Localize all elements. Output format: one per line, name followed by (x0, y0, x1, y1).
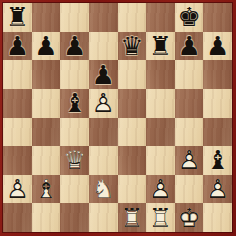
white-pawn-outline: ♙ (146, 175, 175, 204)
black-pawn-glyph: ♟ (3, 32, 32, 61)
piece-black-queen[interactable]: ♛ (118, 32, 147, 61)
piece-black-pawn[interactable]: ♟ (175, 32, 204, 61)
black-pawn-glyph: ♟ (32, 32, 61, 61)
white-rook-outline: ♖ (118, 203, 147, 232)
black-pawn-glyph: ♟ (60, 32, 89, 61)
square-c7[interactable]: ♟ (60, 32, 89, 61)
square-g2[interactable] (175, 175, 204, 204)
square-h2[interactable]: ♟♙ (203, 175, 232, 204)
square-e5[interactable] (118, 89, 147, 118)
black-bishop-glyph: ♝ (60, 89, 89, 118)
black-pawn-glyph: ♟ (175, 32, 204, 61)
square-a8[interactable]: ♜ (3, 3, 32, 32)
square-g3[interactable]: ♟♙ (175, 146, 204, 175)
square-h6[interactable] (203, 60, 232, 89)
piece-white-rook[interactable]: ♜♖ (146, 203, 175, 232)
square-a6[interactable] (3, 60, 32, 89)
square-g5[interactable] (175, 89, 204, 118)
chess-board: ♜♚♟♟♟♛♜♟♟♟♝♟♙♛♕♟♙♝♟♙♝♗♞♘♟♙♟♙♜♖♜♖♚♔ (3, 3, 232, 232)
square-b1[interactable] (32, 203, 61, 232)
square-g7[interactable]: ♟ (175, 32, 204, 61)
white-pawn-outline: ♙ (3, 175, 32, 204)
square-h8[interactable] (203, 3, 232, 32)
square-e2[interactable] (118, 175, 147, 204)
piece-white-pawn[interactable]: ♟♙ (146, 175, 175, 204)
black-pawn-glyph: ♟ (89, 60, 118, 89)
piece-black-king[interactable]: ♚ (175, 3, 204, 32)
square-h5[interactable] (203, 89, 232, 118)
square-d2[interactable]: ♞♘ (89, 175, 118, 204)
piece-black-pawn[interactable]: ♟ (203, 32, 232, 61)
square-b8[interactable] (32, 3, 61, 32)
piece-white-knight[interactable]: ♞♘ (89, 175, 118, 204)
square-f2[interactable]: ♟♙ (146, 175, 175, 204)
square-d3[interactable] (89, 146, 118, 175)
square-h1[interactable] (203, 203, 232, 232)
square-d1[interactable] (89, 203, 118, 232)
piece-black-pawn[interactable]: ♟ (89, 60, 118, 89)
piece-white-pawn[interactable]: ♟♙ (89, 89, 118, 118)
square-c5[interactable]: ♝ (60, 89, 89, 118)
square-e7[interactable]: ♛ (118, 32, 147, 61)
square-c8[interactable] (60, 3, 89, 32)
piece-black-rook[interactable]: ♜ (146, 32, 175, 61)
square-c6[interactable] (60, 60, 89, 89)
square-e6[interactable] (118, 60, 147, 89)
square-a4[interactable] (3, 118, 32, 147)
black-bishop-glyph: ♝ (203, 146, 232, 175)
square-c3[interactable]: ♛♕ (60, 146, 89, 175)
white-pawn-outline: ♙ (203, 175, 232, 204)
square-f1[interactable]: ♜♖ (146, 203, 175, 232)
piece-white-pawn[interactable]: ♟♙ (175, 146, 204, 175)
square-d6[interactable]: ♟ (89, 60, 118, 89)
square-a2[interactable]: ♟♙ (3, 175, 32, 204)
piece-white-pawn[interactable]: ♟♙ (3, 175, 32, 204)
white-rook-outline: ♖ (146, 203, 175, 232)
square-h7[interactable]: ♟ (203, 32, 232, 61)
square-f8[interactable] (146, 3, 175, 32)
black-rook-glyph: ♜ (146, 32, 175, 61)
piece-black-pawn[interactable]: ♟ (60, 32, 89, 61)
square-a5[interactable] (3, 89, 32, 118)
square-d5[interactable]: ♟♙ (89, 89, 118, 118)
square-g6[interactable] (175, 60, 204, 89)
square-b4[interactable] (32, 118, 61, 147)
square-a7[interactable]: ♟ (3, 32, 32, 61)
square-b3[interactable] (32, 146, 61, 175)
square-e4[interactable] (118, 118, 147, 147)
square-c1[interactable] (60, 203, 89, 232)
square-g4[interactable] (175, 118, 204, 147)
white-pawn-outline: ♙ (89, 89, 118, 118)
square-f4[interactable] (146, 118, 175, 147)
square-h4[interactable] (203, 118, 232, 147)
square-b7[interactable]: ♟ (32, 32, 61, 61)
black-rook-glyph: ♜ (3, 3, 32, 32)
square-f3[interactable] (146, 146, 175, 175)
square-g8[interactable]: ♚ (175, 3, 204, 32)
square-c2[interactable] (60, 175, 89, 204)
piece-white-pawn[interactable]: ♟♙ (203, 175, 232, 204)
square-d8[interactable] (89, 3, 118, 32)
square-b5[interactable] (32, 89, 61, 118)
white-knight-outline: ♘ (89, 175, 118, 204)
square-e8[interactable] (118, 3, 147, 32)
square-c4[interactable] (60, 118, 89, 147)
square-f5[interactable] (146, 89, 175, 118)
black-king-glyph: ♚ (175, 3, 204, 32)
black-queen-glyph: ♛ (118, 32, 147, 61)
piece-white-king[interactable]: ♚♔ (175, 203, 204, 232)
square-f6[interactable] (146, 60, 175, 89)
square-e3[interactable] (118, 146, 147, 175)
square-h3[interactable]: ♝ (203, 146, 232, 175)
square-d7[interactable] (89, 32, 118, 61)
chessboard-frame: ♜♚♟♟♟♛♜♟♟♟♝♟♙♛♕♟♙♝♟♙♝♗♞♘♟♙♟♙♜♖♜♖♚♔ (0, 0, 236, 236)
piece-white-bishop[interactable]: ♝♗ (32, 175, 61, 204)
square-b2[interactable]: ♝♗ (32, 175, 61, 204)
piece-black-rook[interactable]: ♜ (3, 3, 32, 32)
square-f7[interactable]: ♜ (146, 32, 175, 61)
square-b6[interactable] (32, 60, 61, 89)
piece-white-queen[interactable]: ♛♕ (60, 146, 89, 175)
white-bishop-outline: ♗ (32, 175, 61, 204)
white-king-outline: ♔ (175, 203, 204, 232)
square-e1[interactable]: ♜♖ (118, 203, 147, 232)
square-a3[interactable] (3, 146, 32, 175)
piece-black-pawn[interactable]: ♟ (32, 32, 61, 61)
piece-black-bishop[interactable]: ♝ (203, 146, 232, 175)
piece-white-rook[interactable]: ♜♖ (118, 203, 147, 232)
square-a1[interactable] (3, 203, 32, 232)
square-d4[interactable] (89, 118, 118, 147)
piece-black-bishop[interactable]: ♝ (60, 89, 89, 118)
white-queen-outline: ♕ (60, 146, 89, 175)
piece-black-pawn[interactable]: ♟ (3, 32, 32, 61)
black-pawn-glyph: ♟ (203, 32, 232, 61)
square-g1[interactable]: ♚♔ (175, 203, 204, 232)
white-pawn-outline: ♙ (175, 146, 204, 175)
